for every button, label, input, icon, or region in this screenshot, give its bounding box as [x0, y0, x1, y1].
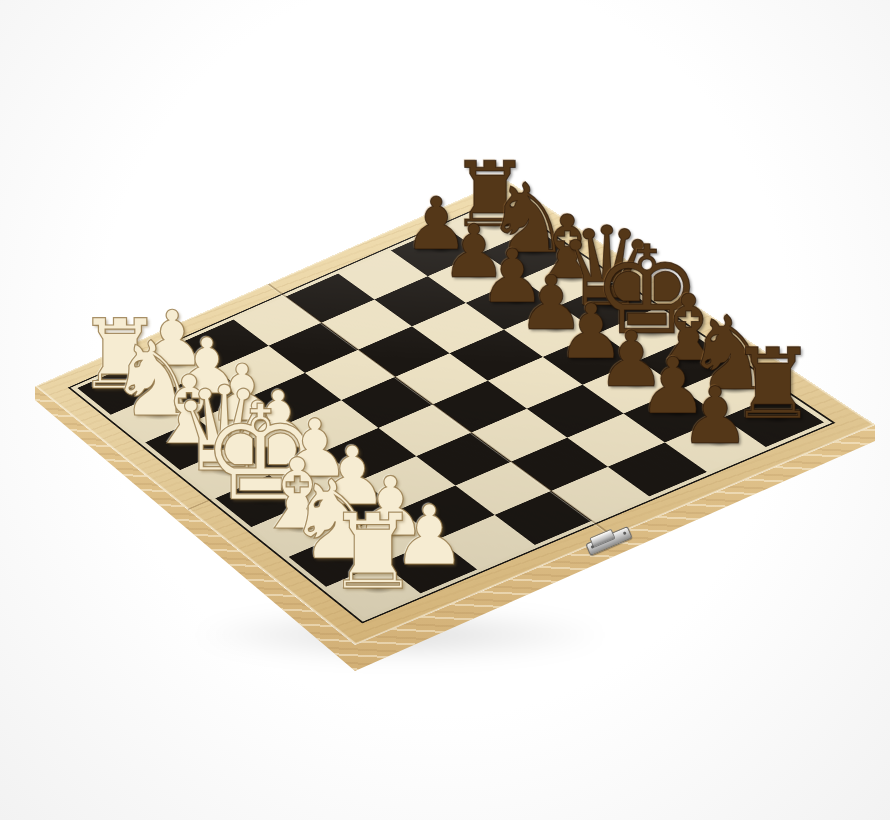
white-pawn-h2[interactable]: ♟ [392, 495, 466, 578]
black-rook-h8[interactable]: ♜ [729, 336, 816, 434]
chess-set-photo: ♜♟♞♟♝♟♟♛♜♟♟♚♞♟♟♝♝♟♟♞♛♟♟♜♚♟♟♝♟♞♟♜ [0, 0, 890, 820]
pieces-layer: ♜♟♞♟♝♟♟♛♜♟♟♚♞♟♟♝♝♟♟♞♛♟♟♜♚♟♟♝♟♞♟♜ [0, 0, 890, 820]
